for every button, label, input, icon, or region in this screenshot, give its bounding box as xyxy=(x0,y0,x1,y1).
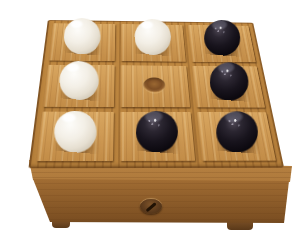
tic-tac-toe-photo: ○○●○●○●● xyxy=(0,0,300,238)
board-grid: ○○●○●○●● xyxy=(28,20,284,168)
board-surface: ○○●○●○●● xyxy=(26,2,290,164)
cell-r1c2[interactable]: ○ xyxy=(121,24,186,61)
white-marble[interactable]: ○ xyxy=(63,17,101,55)
cell-r1c1[interactable]: ○ xyxy=(49,23,116,61)
white-marble[interactable]: ○ xyxy=(53,110,97,154)
white-marble[interactable]: ○ xyxy=(58,60,99,101)
black-marble[interactable]: ● xyxy=(203,19,241,57)
cell-r1c3[interactable]: ● xyxy=(188,25,256,62)
knob-slot xyxy=(146,202,157,212)
cell-r3c1[interactable]: ○ xyxy=(37,112,114,161)
marble-recess xyxy=(64,126,90,145)
cell-r3c2[interactable]: ● xyxy=(120,112,195,161)
marble-recess xyxy=(144,127,169,146)
marble-recess xyxy=(68,77,92,93)
cell-r2c1[interactable]: ○ xyxy=(43,65,115,108)
marble-recess xyxy=(143,78,166,94)
marble-recess xyxy=(210,36,233,50)
black-marble[interactable]: ● xyxy=(215,110,258,153)
black-marble[interactable]: ● xyxy=(135,110,179,154)
drawer-knob[interactable] xyxy=(140,199,162,214)
cell-r2c2[interactable] xyxy=(120,65,190,107)
marble-recess xyxy=(142,35,163,49)
marble-recess xyxy=(222,127,248,145)
white-marble[interactable]: ○ xyxy=(133,18,171,56)
black-marble[interactable]: ● xyxy=(209,61,249,101)
marble-recess xyxy=(72,35,94,49)
cell-r3c3[interactable]: ● xyxy=(197,112,276,160)
cell-r2c3[interactable]: ● xyxy=(192,66,265,108)
marble-recess xyxy=(216,78,240,94)
